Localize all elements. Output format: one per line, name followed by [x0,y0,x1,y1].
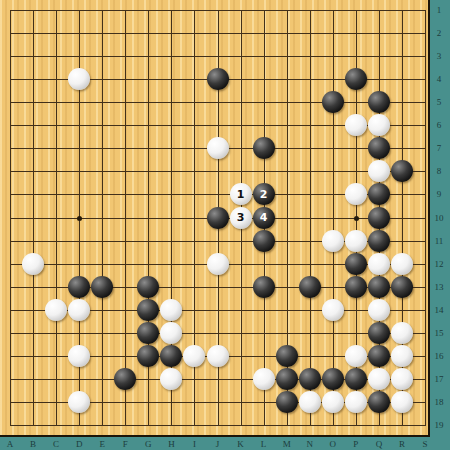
stone-M17-black[interactable] [276,368,298,390]
row-label-9: 9 [430,189,448,199]
go-game-screen: 1234 ABCDEFGHIJKLMNOPQRS 123456789101112… [0,0,450,450]
stone-R8-black[interactable] [391,160,413,182]
col-label-J: J [212,439,224,449]
stone-R16-white[interactable] [391,345,413,367]
stone-N13-black[interactable] [299,276,321,298]
col-label-K: K [235,439,247,449]
stone-P17-black[interactable] [345,368,367,390]
row-label-10: 10 [430,213,448,223]
row-label-5: 5 [430,97,448,107]
stone-L7-black[interactable] [253,137,275,159]
col-label-P: P [350,439,362,449]
stone-O14-white[interactable] [322,299,344,321]
stone-H14-white[interactable] [160,299,182,321]
stone-L10-black-move-4[interactable]: 4 [253,207,275,229]
col-label-F: F [119,439,131,449]
col-label-L: L [258,439,270,449]
stone-L17-white[interactable] [253,368,275,390]
row-label-11: 11 [430,236,448,246]
stone-G16-black[interactable] [137,345,159,367]
stone-Q18-black[interactable] [368,391,390,413]
stone-O18-white[interactable] [322,391,344,413]
stone-D14-white[interactable] [68,299,90,321]
stone-I16-white[interactable] [183,345,205,367]
col-label-B: B [27,439,39,449]
col-label-H: H [165,439,177,449]
col-label-N: N [304,439,316,449]
stone-D4-white[interactable] [68,68,90,90]
stone-R15-white[interactable] [391,322,413,344]
stone-K10-white-move-3[interactable]: 3 [230,207,252,229]
stone-Q14-white[interactable] [368,299,390,321]
star-point [77,216,82,221]
grid-line-horizontal [10,333,426,334]
stone-Q13-black[interactable] [368,276,390,298]
stone-Q5-black[interactable] [368,91,390,113]
stone-P18-white[interactable] [345,391,367,413]
stone-R13-black[interactable] [391,276,413,298]
stone-M16-black[interactable] [276,345,298,367]
stone-F17-black[interactable] [114,368,136,390]
stone-J10-black[interactable] [207,207,229,229]
col-label-S: S [419,439,431,449]
stone-L11-black[interactable] [253,230,275,252]
stone-P16-white[interactable] [345,345,367,367]
stone-N18-white[interactable] [299,391,321,413]
stone-J4-black[interactable] [207,68,229,90]
row-label-1: 1 [430,5,448,15]
stone-D18-white[interactable] [68,391,90,413]
stone-R17-white[interactable] [391,368,413,390]
stone-P4-black[interactable] [345,68,367,90]
row-label-18: 18 [430,397,448,407]
stone-Q17-white[interactable] [368,368,390,390]
col-label-I: I [188,439,200,449]
col-label-E: E [96,439,108,449]
stone-G14-black[interactable] [137,299,159,321]
stone-G15-black[interactable] [137,322,159,344]
go-board[interactable]: 1234 [0,0,430,437]
stone-R12-white[interactable] [391,253,413,275]
stone-Q11-black[interactable] [368,230,390,252]
stone-P9-white[interactable] [345,183,367,205]
row-label-8: 8 [430,166,448,176]
row-label-16: 16 [430,351,448,361]
stone-Q10-black[interactable] [368,207,390,229]
stone-Q7-black[interactable] [368,137,390,159]
row-label-6: 6 [430,120,448,130]
stone-P6-white[interactable] [345,114,367,136]
col-label-Q: Q [373,439,385,449]
row-label-3: 3 [430,51,448,61]
stone-J7-white[interactable] [207,137,229,159]
stone-G13-black[interactable] [137,276,159,298]
col-label-O: O [327,439,339,449]
col-label-D: D [73,439,85,449]
stone-Q8-white[interactable] [368,160,390,182]
grid-line-horizontal [10,425,426,426]
stone-Q12-white[interactable] [368,253,390,275]
stone-H15-white[interactable] [160,322,182,344]
stone-E13-black[interactable] [91,276,113,298]
stone-O5-black[interactable] [322,91,344,113]
grid-line-vertical [333,10,334,426]
stone-P12-black[interactable] [345,253,367,275]
stone-J12-white[interactable] [207,253,229,275]
stone-C14-white[interactable] [45,299,67,321]
row-label-15: 15 [430,328,448,338]
star-point [354,216,359,221]
stone-K9-white-move-1[interactable]: 1 [230,183,252,205]
row-label-12: 12 [430,259,448,269]
col-label-M: M [281,439,293,449]
grid-line-vertical [425,10,426,426]
row-label-13: 13 [430,282,448,292]
stone-N17-black[interactable] [299,368,321,390]
stone-Q9-black[interactable] [368,183,390,205]
row-label-2: 2 [430,28,448,38]
stone-O17-black[interactable] [322,368,344,390]
stone-R18-white[interactable] [391,391,413,413]
stone-P13-black[interactable] [345,276,367,298]
stone-Q16-black[interactable] [368,345,390,367]
row-label-19: 19 [430,420,448,430]
stone-B12-white[interactable] [22,253,44,275]
row-label-17: 17 [430,374,448,384]
col-label-A: A [4,439,16,449]
stone-Q6-white[interactable] [368,114,390,136]
col-label-G: G [142,439,154,449]
stone-P11-white[interactable] [345,230,367,252]
col-label-R: R [396,439,408,449]
stone-O11-white[interactable] [322,230,344,252]
stone-Q15-black[interactable] [368,322,390,344]
stone-L9-black-move-2[interactable]: 2 [253,183,275,205]
stone-D16-white[interactable] [68,345,90,367]
stone-M18-black[interactable] [276,391,298,413]
stone-J16-white[interactable] [207,345,229,367]
stone-L13-black[interactable] [253,276,275,298]
stone-H16-black[interactable] [160,345,182,367]
row-label-14: 14 [430,305,448,315]
stone-D13-black[interactable] [68,276,90,298]
stone-H17-white[interactable] [160,368,182,390]
grid-line-vertical [310,10,311,426]
col-label-C: C [50,439,62,449]
row-label-7: 7 [430,143,448,153]
row-label-4: 4 [430,74,448,84]
